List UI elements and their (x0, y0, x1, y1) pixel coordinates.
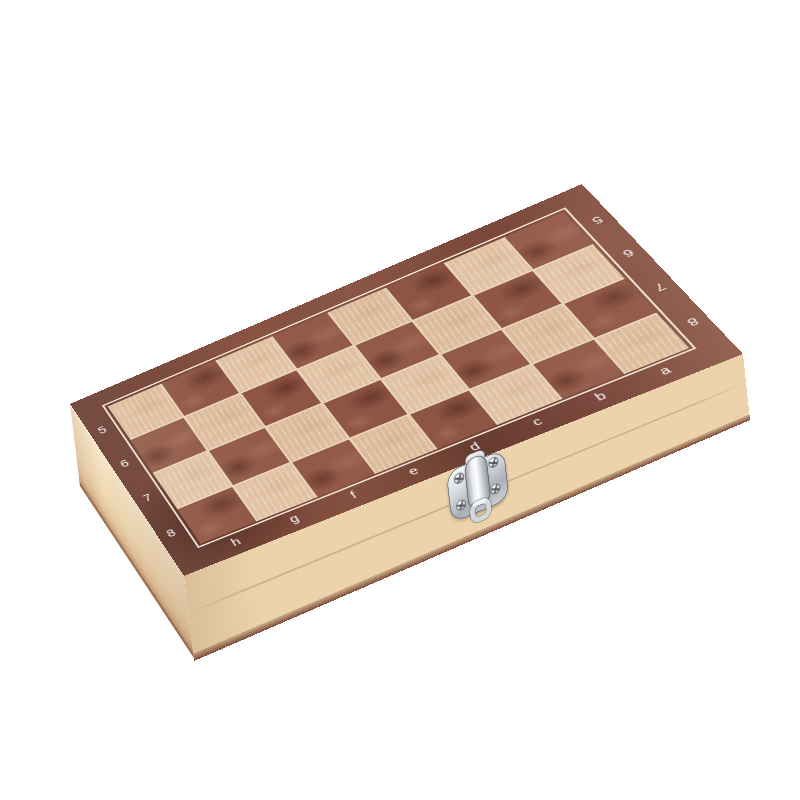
product-photo-chess-box: 56785678hgfedcba (0, 0, 800, 800)
